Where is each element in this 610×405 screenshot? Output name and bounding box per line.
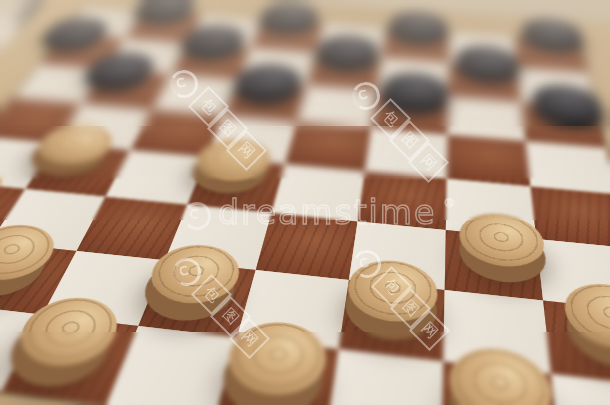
board-square-f5 xyxy=(365,128,448,179)
dark-man-glyph: ⛂ xyxy=(231,62,305,98)
light-man-glyph: ⛀ xyxy=(459,210,547,271)
board-square-e4 xyxy=(272,164,365,221)
checker-light-b2: ⛀ xyxy=(0,221,66,284)
board-tilt-wrapper: ⛂⛂⛂⛂⛂⛂⛂⛂⛂⛂⛂⛂⛀⛀⛀⛀⛀⛀⛀⛀⛀⛀⛀⛀ xyxy=(0,0,610,405)
checker-dark-f8: ⛂ xyxy=(388,10,448,39)
perspective-scene: ⛂⛂⛂⛂⛂⛂⛂⛂⛂⛂⛂⛂⛀⛀⛀⛀⛀⛀⛀⛀⛀⛀⛀⛀ xyxy=(0,0,610,405)
checker-dark-h8: ⛂ xyxy=(520,17,585,47)
checker-dark-d6: ⛂ xyxy=(231,62,305,98)
dark-man-glyph: ⛂ xyxy=(257,1,321,29)
checker-dark-d8: ⛂ xyxy=(257,1,321,29)
dark-man-glyph: ⛂ xyxy=(530,83,605,122)
light-man-glyph: ⛀ xyxy=(6,293,129,371)
dark-man-glyph: ⛂ xyxy=(314,34,380,66)
light-man-glyph: ⛀ xyxy=(220,318,331,401)
checker-light-c1: ⛀ xyxy=(6,293,129,371)
board-square-g5 xyxy=(447,135,531,187)
board-square-h5 xyxy=(526,141,610,194)
dark-man-glyph: ⛂ xyxy=(520,17,585,47)
checker-dark-e7: ⛂ xyxy=(314,34,380,66)
board-square-g6 xyxy=(448,96,526,141)
light-man-glyph: ⛀ xyxy=(344,256,439,326)
checkers-board: ⛂⛂⛂⛂⛂⛂⛂⛂⛂⛂⛂⛂⛀⛀⛀⛀⛀⛀⛀⛀⛀⛀⛀⛀ xyxy=(0,7,610,405)
dark-man-glyph: ⛂ xyxy=(456,44,521,78)
light-man-glyph: ⛀ xyxy=(0,221,66,284)
checker-dark-f6: ⛂ xyxy=(380,71,448,109)
checker-light-f2: ⛀ xyxy=(344,256,439,326)
light-man-glyph: ⛀ xyxy=(189,136,276,184)
board-square-e3 xyxy=(256,213,358,280)
checker-dark-h6: ⛂ xyxy=(530,83,605,122)
board-square-f4 xyxy=(358,171,447,230)
checker-light-e1: ⛀ xyxy=(220,318,331,401)
checker-light-g3: ⛀ xyxy=(459,210,547,271)
checkers-stock-photo: ⛂⛂⛂⛂⛂⛂⛂⛂⛂⛂⛂⛂⛀⛀⛀⛀⛀⛀⛀⛀⛀⛀⛀⛀ dreamstime ® 包图… xyxy=(0,0,610,405)
board-square-f1 xyxy=(326,349,443,405)
dark-man-glyph: ⛂ xyxy=(179,24,250,55)
checker-dark-g7: ⛂ xyxy=(456,44,521,78)
dark-man-glyph: ⛂ xyxy=(380,71,448,109)
board-square-e6 xyxy=(297,85,377,128)
checker-light-d4: ⛀ xyxy=(189,136,276,184)
dark-man-glyph: ⛂ xyxy=(388,10,448,39)
board-frame: ⛂⛂⛂⛂⛂⛂⛂⛂⛂⛂⛂⛂⛀⛀⛀⛀⛀⛀⛀⛀⛀⛀⛀⛀ xyxy=(0,0,610,405)
board-square-e5 xyxy=(285,122,371,172)
checker-dark-c7: ⛂ xyxy=(179,24,250,55)
